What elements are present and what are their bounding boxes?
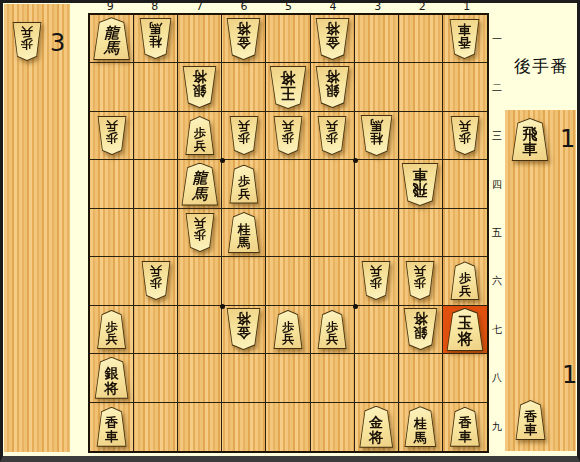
square-19[interactable]: 香車	[443, 403, 487, 451]
piece-gote-gold: 金将	[226, 18, 261, 60]
square-52[interactable]: 王将	[266, 63, 310, 111]
file-label: 9	[88, 1, 133, 13]
rank-label: 九	[490, 403, 504, 451]
square-53[interactable]: 歩兵	[266, 112, 310, 160]
piece-sente-king: 玉将	[446, 308, 484, 351]
square-84[interactable]	[134, 160, 178, 208]
square-71[interactable]	[178, 15, 222, 63]
square-47[interactable]: 歩兵	[311, 306, 355, 354]
square-45[interactable]	[311, 209, 355, 257]
shogi-app: 歩兵3 987654321 一二三四五六七八九 龍馬桂馬金将金将香車銀将王将銀将…	[0, 0, 580, 462]
square-92[interactable]	[90, 63, 134, 111]
piece-sente-silver: 銀将	[94, 357, 129, 399]
square-67[interactable]: 金将	[222, 306, 266, 354]
square-77[interactable]	[178, 306, 222, 354]
piece-sente-pawn: 歩兵	[450, 261, 480, 300]
square-59[interactable]	[266, 403, 310, 451]
square-13[interactable]: 歩兵	[443, 112, 487, 160]
hoshi-point	[353, 304, 358, 309]
piece-gote-pawn: 歩兵	[317, 116, 347, 155]
square-55[interactable]	[266, 209, 310, 257]
piece-gote-pawn: 歩兵	[185, 213, 215, 252]
square-48[interactable]	[311, 354, 355, 402]
square-81[interactable]: 桂馬	[134, 15, 178, 63]
piece-gote-pawn: 歩兵	[273, 116, 303, 155]
rank-label: 三	[490, 112, 504, 160]
rank-label: 一	[490, 15, 504, 63]
rank-coordinates: 一二三四五六七八九	[490, 15, 504, 451]
square-76[interactable]	[178, 257, 222, 305]
piece-gote-pawn: 歩兵	[361, 261, 391, 300]
piece-gote-knight: 桂馬	[139, 18, 172, 59]
square-64[interactable]: 歩兵	[222, 160, 266, 208]
square-22[interactable]	[399, 63, 443, 111]
file-label: 8	[133, 1, 178, 13]
square-75[interactable]: 歩兵	[178, 209, 222, 257]
piece-gote-knight: 桂馬	[360, 115, 393, 156]
square-23[interactable]	[399, 112, 443, 160]
piece-sente-pawn: 歩兵	[97, 310, 127, 349]
square-78[interactable]	[178, 354, 222, 402]
square-11[interactable]: 香車	[443, 15, 487, 63]
square-42[interactable]: 銀将	[311, 63, 355, 111]
piece-gote-pawn: 歩兵	[97, 116, 127, 155]
square-31[interactable]	[355, 15, 399, 63]
square-93[interactable]: 歩兵	[90, 112, 134, 160]
square-58[interactable]	[266, 354, 310, 402]
hoshi-point	[353, 158, 358, 163]
square-91[interactable]: 龍馬	[90, 15, 134, 63]
rank-label: 七	[490, 306, 504, 354]
square-73[interactable]: 歩兵	[178, 112, 222, 160]
piece-gote-silver: 銀将	[315, 66, 350, 108]
piece-sente-lance: 香車	[96, 407, 127, 447]
square-68[interactable]	[222, 354, 266, 402]
piece-gote-pawn: 歩兵	[229, 116, 259, 155]
square-82[interactable]	[134, 63, 178, 111]
hand-piece-gote-pawn[interactable]: 歩兵	[12, 22, 78, 61]
square-62[interactable]	[222, 63, 266, 111]
square-16[interactable]: 歩兵	[443, 257, 487, 305]
square-89[interactable]	[134, 403, 178, 451]
square-83[interactable]	[134, 112, 178, 160]
hoshi-point	[220, 304, 225, 309]
square-66[interactable]	[222, 257, 266, 305]
piece-gote-lance: 香車	[449, 19, 480, 59]
piece-sente-gold: 金将	[359, 406, 394, 448]
square-43[interactable]: 歩兵	[311, 112, 355, 160]
hoshi-point	[220, 158, 225, 163]
square-46[interactable]	[311, 257, 355, 305]
square-44[interactable]	[311, 160, 355, 208]
piece-sente-pawn: 歩兵	[273, 310, 303, 349]
sente-hand-tray: 飛車1香車1	[505, 110, 576, 451]
hand-count-sente-lance: 1	[562, 363, 577, 387]
piece-gote-rook: 飛車	[401, 163, 439, 206]
square-94[interactable]	[90, 160, 134, 208]
piece-sente-knight: 桂馬	[227, 212, 260, 253]
square-28[interactable]	[399, 354, 443, 402]
piece-sente-pawn: 歩兵	[317, 310, 347, 349]
square-37[interactable]	[355, 306, 399, 354]
square-39[interactable]: 金将	[355, 403, 399, 451]
square-63[interactable]: 歩兵	[222, 112, 266, 160]
square-54[interactable]	[266, 160, 310, 208]
square-34[interactable]	[355, 160, 399, 208]
piece-gote-gold: 金将	[315, 18, 350, 60]
file-label: 5	[266, 1, 311, 13]
square-87[interactable]	[134, 306, 178, 354]
square-33[interactable]: 桂馬	[355, 112, 399, 160]
square-74[interactable]: 龍馬	[178, 160, 222, 208]
piece-gote-gold: 金将	[226, 308, 261, 350]
piece-gote-silver: 銀将	[403, 308, 438, 350]
hand-piece-sente-lance[interactable]: 香車	[515, 400, 580, 440]
square-69[interactable]	[222, 403, 266, 451]
shogi-board: 龍馬桂馬金将金将香車銀将王将銀将歩兵歩兵歩兵歩兵歩兵桂馬歩兵龍馬歩兵飛車歩兵桂馬…	[88, 13, 489, 453]
square-95[interactable]	[90, 209, 134, 257]
hand-piece-sente-rook[interactable]: 飛車	[511, 118, 580, 161]
file-label: 3	[355, 1, 400, 13]
piece-sente-lance: 香車	[449, 407, 480, 447]
piece-sente-pawn: 歩兵	[229, 165, 259, 204]
rank-label: 六	[490, 257, 504, 305]
square-99[interactable]: 香車	[90, 403, 134, 451]
square-51[interactable]	[266, 15, 310, 63]
square-96[interactable]	[90, 257, 134, 305]
square-21[interactable]	[399, 15, 443, 63]
piece-gote-silver: 銀将	[182, 66, 217, 108]
piece-sente-knight: 桂馬	[404, 406, 437, 447]
square-25[interactable]	[399, 209, 443, 257]
square-15[interactable]	[443, 209, 487, 257]
square-72[interactable]: 銀将	[178, 63, 222, 111]
file-label: 4	[311, 1, 356, 13]
rank-label: 五	[490, 209, 504, 257]
file-label: 6	[222, 1, 267, 13]
piece-gote-pawn: 歩兵	[450, 116, 480, 155]
file-label: 7	[177, 1, 222, 13]
piece-sente-horse: 龍馬	[93, 17, 131, 60]
square-65[interactable]: 桂馬	[222, 209, 266, 257]
file-coordinates: 987654321	[88, 1, 489, 13]
square-79[interactable]	[178, 403, 222, 451]
piece-sente-horse: 龍馬	[181, 163, 219, 206]
square-97[interactable]: 歩兵	[90, 306, 134, 354]
file-label: 2	[400, 1, 445, 13]
square-49[interactable]	[311, 403, 355, 451]
square-17[interactable]: 玉将	[443, 306, 487, 354]
square-36[interactable]: 歩兵	[355, 257, 399, 305]
square-88[interactable]	[134, 354, 178, 402]
piece-gote-pawn: 歩兵	[405, 261, 435, 300]
square-98[interactable]: 銀将	[90, 354, 134, 402]
square-29[interactable]: 桂馬	[399, 403, 443, 451]
rank-label: 四	[490, 160, 504, 208]
file-label: 1	[445, 1, 490, 13]
square-38[interactable]	[355, 354, 399, 402]
turn-indicator: 後手番	[504, 55, 578, 78]
square-85[interactable]	[134, 209, 178, 257]
piece-sente-pawn: 歩兵	[185, 116, 215, 155]
square-41[interactable]: 金将	[311, 15, 355, 63]
piece-gote-pawn: 歩兵	[141, 261, 171, 300]
rank-label: 二	[490, 63, 504, 111]
square-32[interactable]	[355, 63, 399, 111]
square-24[interactable]: 飛車	[399, 160, 443, 208]
square-27[interactable]: 銀将	[399, 306, 443, 354]
square-57[interactable]: 歩兵	[266, 306, 310, 354]
square-14[interactable]	[443, 160, 487, 208]
rank-label: 八	[490, 354, 504, 402]
square-26[interactable]: 歩兵	[399, 257, 443, 305]
square-18[interactable]	[443, 354, 487, 402]
square-35[interactable]	[355, 209, 399, 257]
gote-hand-tray: 歩兵3	[4, 4, 70, 452]
square-86[interactable]: 歩兵	[134, 257, 178, 305]
square-56[interactable]	[266, 257, 310, 305]
square-12[interactable]	[443, 63, 487, 111]
square-61[interactable]: 金将	[222, 15, 266, 63]
piece-gote-king: 王将	[269, 66, 307, 109]
